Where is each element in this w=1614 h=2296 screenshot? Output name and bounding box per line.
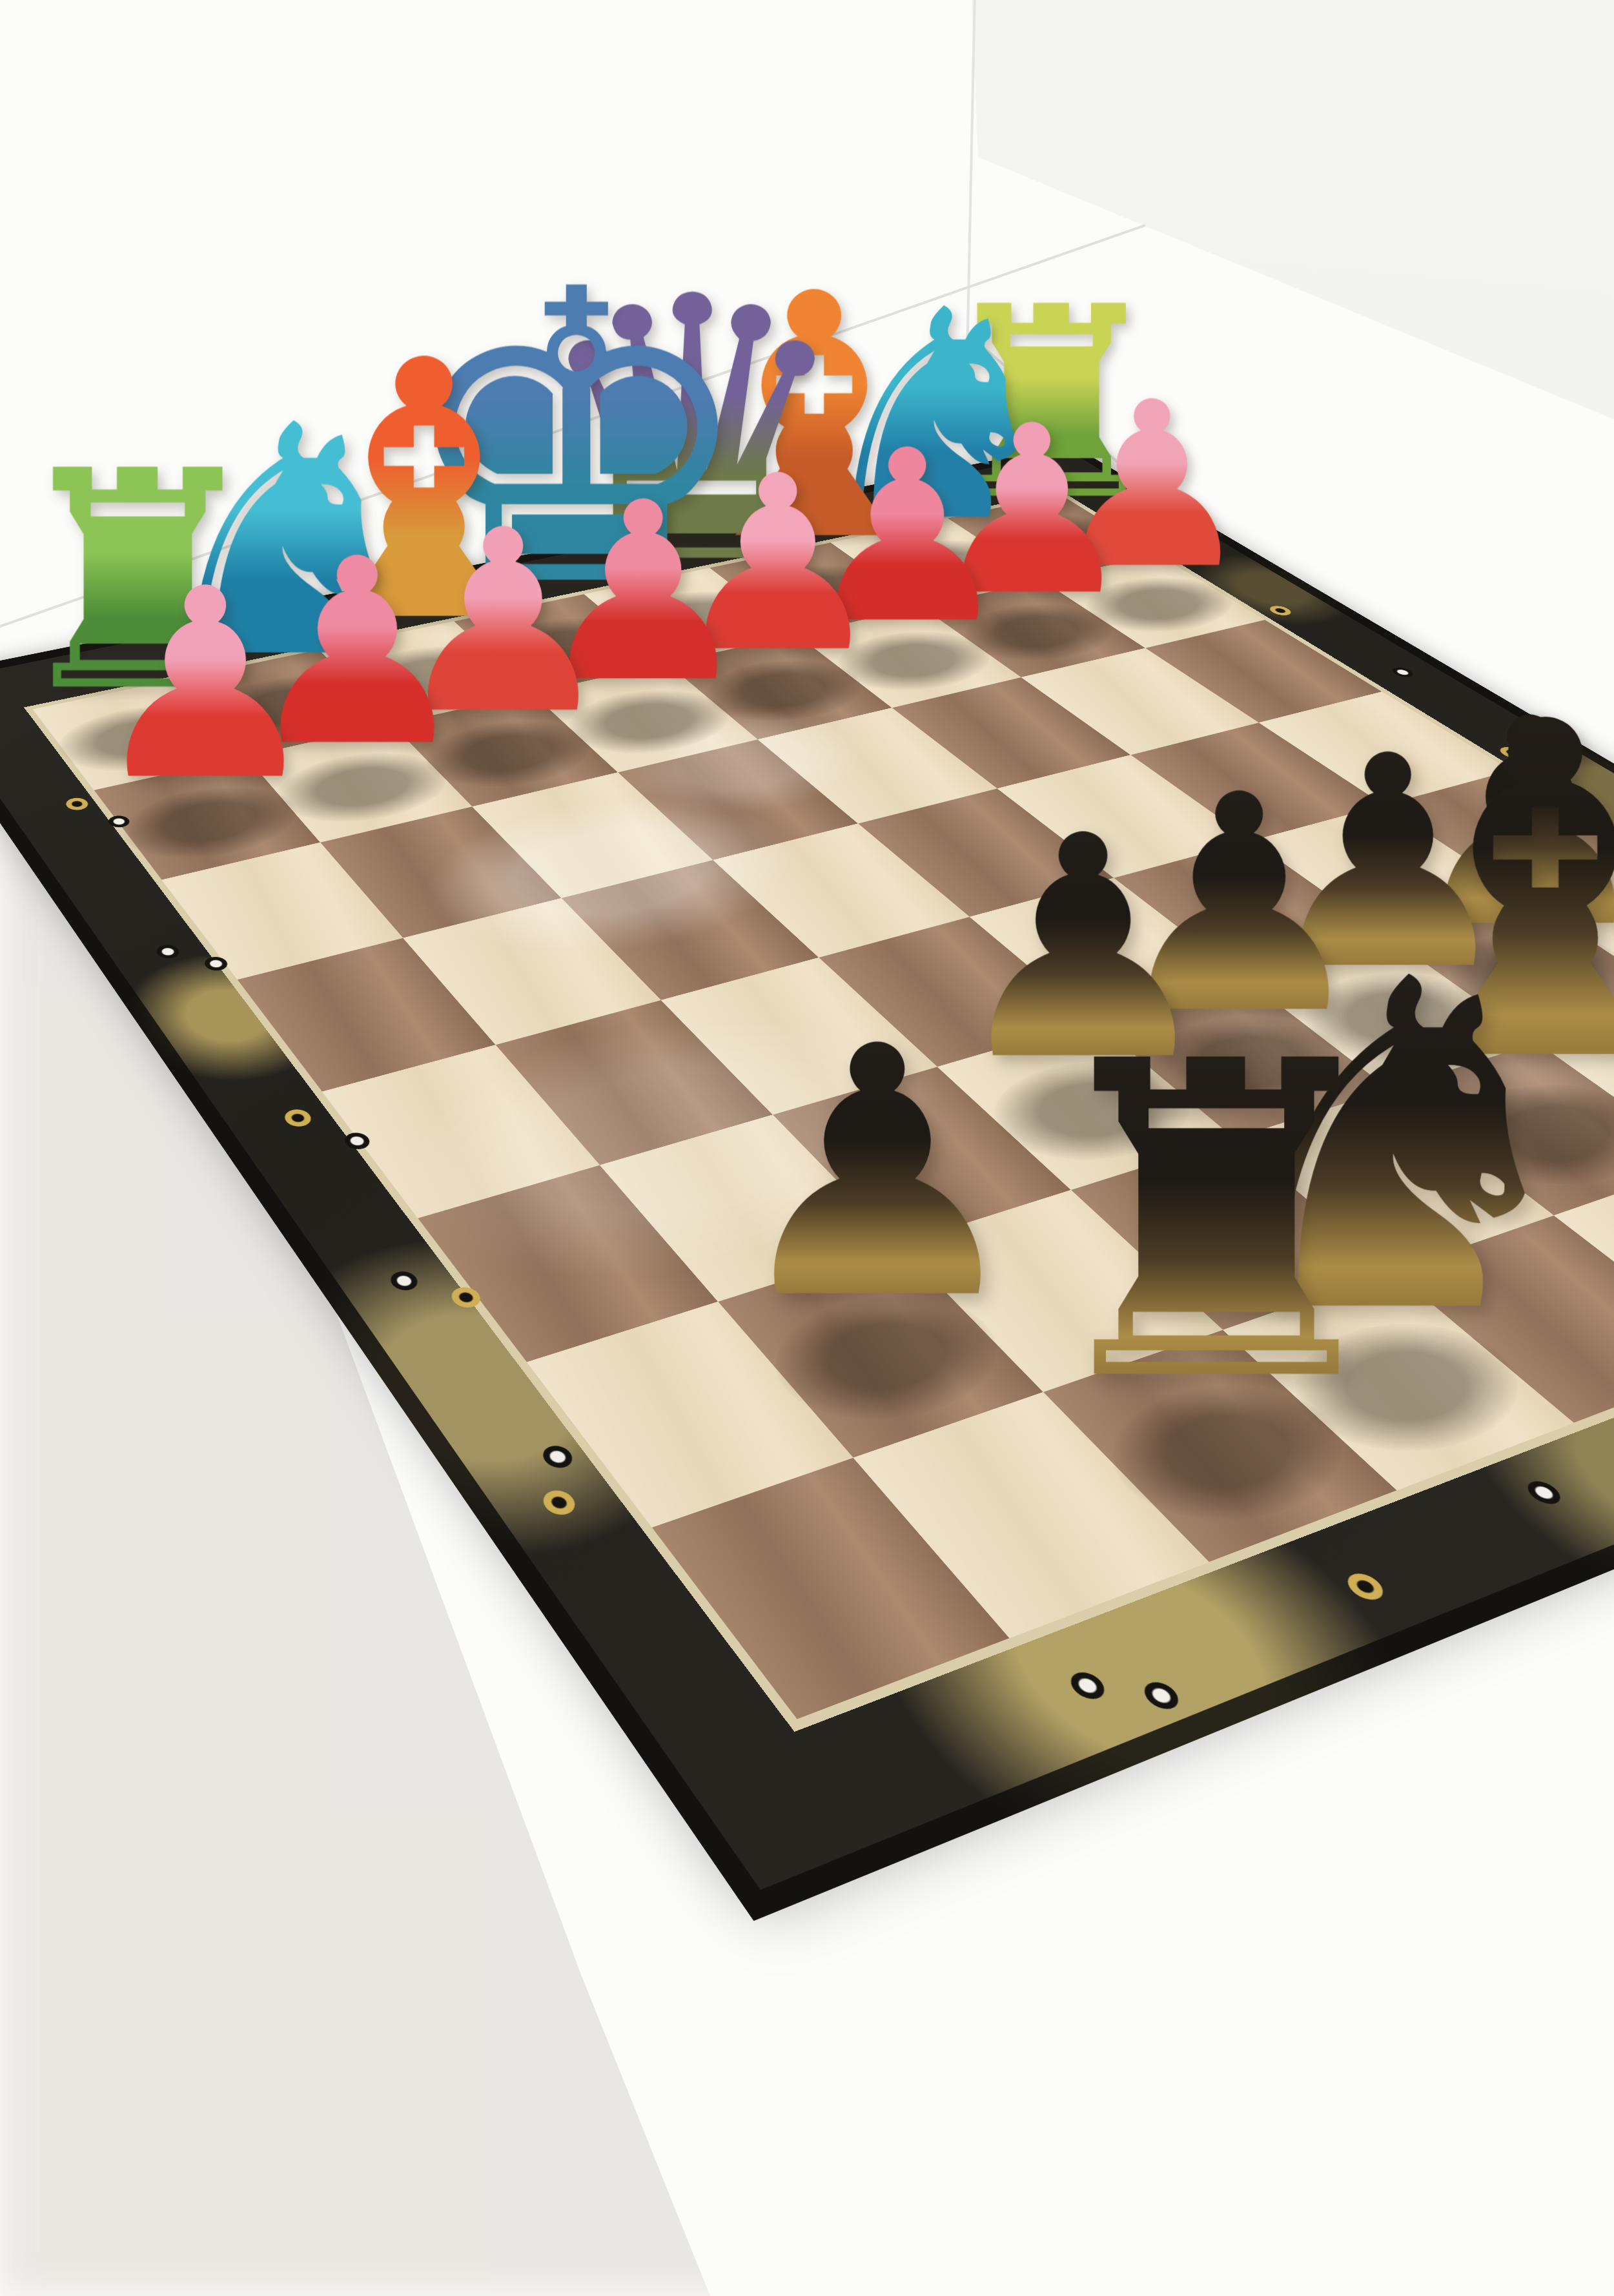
border-dot-gold-ring [1266, 604, 1295, 617]
border-dot-white-center [153, 943, 183, 960]
border-dot-gold-ring [281, 1107, 316, 1129]
border-dot-gold-ring [63, 796, 91, 812]
chess-board: ♜♞♝♚♛♝♞♜♟♟♟♟♟♟♟♟♟♟♟♟♟♝♞♜ [0, 445, 1614, 1921]
border-dot-white-center [538, 1442, 578, 1471]
photo-scene: { "game": "chess", "position": { "fen": … [0, 0, 1614, 2296]
border-dot-white-center [1138, 1678, 1185, 1713]
board-perspective-wrapper: ♜♞♝♚♛♝♞♜♟♟♟♟♟♟♟♟♟♟♟♟♟♝♞♜ [130, 77, 1614, 1756]
border-dot-white-center [1388, 666, 1417, 679]
border-dot-white-center [105, 814, 132, 829]
border-dot-gold-ring [538, 1487, 581, 1519]
border-dot-white-center [386, 1269, 422, 1293]
border-dot-white-center [1065, 1668, 1111, 1703]
border-dot-white-center [1521, 1478, 1567, 1508]
border-dot-gold-ring [1341, 1570, 1390, 1603]
border-dot-gold-ring [1495, 745, 1528, 760]
